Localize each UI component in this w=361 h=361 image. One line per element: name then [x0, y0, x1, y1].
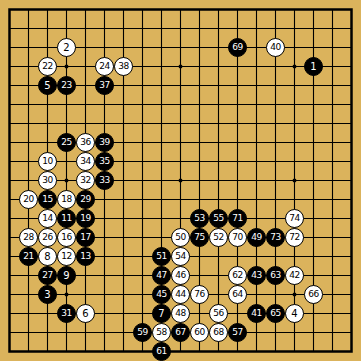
- stone-black-73: 73: [266, 228, 285, 247]
- stone-black-41: 41: [247, 304, 266, 323]
- stone-white-10: 10: [38, 152, 57, 171]
- stone-white-14: 14: [38, 209, 57, 228]
- stone-black-15: 15: [38, 190, 57, 209]
- stone-black-11: 11: [57, 209, 76, 228]
- stone-black-51: 51: [152, 247, 171, 266]
- stone-white-62: 62: [228, 266, 247, 285]
- stone-white-2: 2: [57, 38, 76, 57]
- stone-white-40: 40: [266, 38, 285, 57]
- stone-black-9: 9: [57, 266, 76, 285]
- stone-white-70: 70: [228, 228, 247, 247]
- stone-white-76: 76: [190, 285, 209, 304]
- stone-black-31: 31: [57, 304, 76, 323]
- stone-white-58: 58: [152, 323, 171, 342]
- stone-black-59: 59: [133, 323, 152, 342]
- stone-black-5: 5: [38, 76, 57, 95]
- stone-white-54: 54: [171, 247, 190, 266]
- stone-black-63: 63: [266, 266, 285, 285]
- stone-black-3: 3: [38, 285, 57, 304]
- stone-black-53: 53: [190, 209, 209, 228]
- stone-white-28: 28: [19, 228, 38, 247]
- stone-white-42: 42: [285, 266, 304, 285]
- stone-white-50: 50: [171, 228, 190, 247]
- stone-white-24: 24: [95, 57, 114, 76]
- stone-white-68: 68: [209, 323, 228, 342]
- stone-white-30: 30: [38, 171, 57, 190]
- stone-black-19: 19: [76, 209, 95, 228]
- stone-white-48: 48: [171, 304, 190, 323]
- stone-black-45: 45: [152, 285, 171, 304]
- stone-black-69: 69: [228, 38, 247, 57]
- stone-black-27: 27: [38, 266, 57, 285]
- stone-black-35: 35: [95, 152, 114, 171]
- stone-white-32: 32: [76, 171, 95, 190]
- go-board: 1234567891011121314151617181920212223242…: [0, 0, 361, 361]
- stone-white-34: 34: [76, 152, 95, 171]
- stone-black-71: 71: [228, 209, 247, 228]
- stone-black-67: 67: [171, 323, 190, 342]
- stone-white-4: 4: [285, 304, 304, 323]
- stone-black-13: 13: [76, 247, 95, 266]
- stone-white-8: 8: [38, 247, 57, 266]
- stone-black-65: 65: [266, 304, 285, 323]
- stones-layer: 1234567891011121314151617181920212223242…: [0, 0, 361, 361]
- stone-black-33: 33: [95, 171, 114, 190]
- stone-white-52: 52: [209, 228, 228, 247]
- stone-black-25: 25: [57, 133, 76, 152]
- stone-white-16: 16: [57, 228, 76, 247]
- stone-black-17: 17: [76, 228, 95, 247]
- stone-white-60: 60: [190, 323, 209, 342]
- stone-white-20: 20: [19, 190, 38, 209]
- stone-black-37: 37: [95, 76, 114, 95]
- stone-black-39: 39: [95, 133, 114, 152]
- stone-black-75: 75: [190, 228, 209, 247]
- stone-white-44: 44: [171, 285, 190, 304]
- stone-black-43: 43: [247, 266, 266, 285]
- stone-white-12: 12: [57, 247, 76, 266]
- stone-black-55: 55: [209, 209, 228, 228]
- stone-white-22: 22: [38, 57, 57, 76]
- stone-white-64: 64: [228, 285, 247, 304]
- stone-black-61: 61: [152, 342, 171, 361]
- stone-black-21: 21: [19, 247, 38, 266]
- stone-black-47: 47: [152, 266, 171, 285]
- stone-white-36: 36: [76, 133, 95, 152]
- stone-white-66: 66: [304, 285, 323, 304]
- stone-white-18: 18: [57, 190, 76, 209]
- stone-white-72: 72: [285, 228, 304, 247]
- stone-white-38: 38: [114, 57, 133, 76]
- stone-white-56: 56: [209, 304, 228, 323]
- stone-black-57: 57: [228, 323, 247, 342]
- stone-white-74: 74: [285, 209, 304, 228]
- stone-black-23: 23: [57, 76, 76, 95]
- stone-black-7: 7: [152, 304, 171, 323]
- stone-white-26: 26: [38, 228, 57, 247]
- stone-white-46: 46: [171, 266, 190, 285]
- stone-black-29: 29: [76, 190, 95, 209]
- stone-white-6: 6: [76, 304, 95, 323]
- stone-black-49: 49: [247, 228, 266, 247]
- stone-black-1: 1: [304, 57, 323, 76]
